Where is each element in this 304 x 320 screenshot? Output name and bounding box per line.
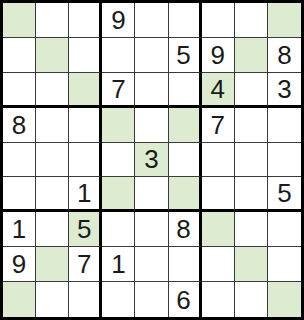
cell-r6c1[interactable] [3, 177, 36, 212]
cell-r5c2[interactable] [36, 143, 69, 178]
cell-r1c9[interactable] [268, 3, 301, 38]
cell-r6c9[interactable]: 5 [268, 177, 301, 212]
cell-r8c8[interactable] [235, 247, 268, 282]
cell-r7c9[interactable] [268, 212, 301, 247]
cell-r4c8[interactable] [235, 108, 268, 143]
cell-r2c6[interactable]: 5 [169, 38, 202, 73]
cell-r7c8[interactable] [235, 212, 268, 247]
cell-r7c6[interactable]: 8 [169, 212, 202, 247]
cell-r8c2[interactable] [36, 247, 69, 282]
cell-r6c6[interactable] [169, 177, 202, 212]
cell-r5c9[interactable] [268, 143, 301, 178]
cell-r5c7[interactable] [202, 143, 235, 178]
cell-r5c5[interactable]: 3 [135, 143, 168, 178]
cell-r2c1[interactable] [3, 38, 36, 73]
cell-r5c1[interactable] [3, 143, 36, 178]
cell-r1c3[interactable] [69, 3, 102, 38]
cell-r3c4[interactable]: 7 [102, 73, 135, 108]
cell-r3c5[interactable] [135, 73, 168, 108]
cell-r8c4[interactable]: 1 [102, 247, 135, 282]
cell-r7c5[interactable] [135, 212, 168, 247]
cell-r4c1[interactable]: 8 [3, 108, 36, 143]
cell-r6c4[interactable] [102, 177, 135, 212]
cell-r8c3[interactable]: 7 [69, 247, 102, 282]
cell-r3c9[interactable]: 3 [268, 73, 301, 108]
cell-r9c4[interactable] [102, 282, 135, 317]
cell-r2c7[interactable]: 9 [202, 38, 235, 73]
cell-r7c4[interactable] [102, 212, 135, 247]
cell-r9c1[interactable] [3, 282, 36, 317]
cell-r7c3[interactable]: 5 [69, 212, 102, 247]
cell-r5c3[interactable] [69, 143, 102, 178]
cell-r1c1[interactable] [3, 3, 36, 38]
cell-r1c8[interactable] [235, 3, 268, 38]
cell-r8c1[interactable]: 9 [3, 247, 36, 282]
cell-r3c6[interactable] [169, 73, 202, 108]
cell-r5c6[interactable] [169, 143, 202, 178]
cell-r4c5[interactable] [135, 108, 168, 143]
cell-r1c2[interactable] [36, 3, 69, 38]
cell-r3c7[interactable]: 4 [202, 73, 235, 108]
cell-r7c7[interactable] [202, 212, 235, 247]
cell-r9c8[interactable] [235, 282, 268, 317]
cell-r4c6[interactable] [169, 108, 202, 143]
cell-r9c2[interactable] [36, 282, 69, 317]
cell-r4c2[interactable] [36, 108, 69, 143]
cell-r6c3[interactable]: 1 [69, 177, 102, 212]
cell-r9c7[interactable] [202, 282, 235, 317]
cell-r9c3[interactable] [69, 282, 102, 317]
cell-r8c5[interactable] [135, 247, 168, 282]
cell-r8c7[interactable] [202, 247, 235, 282]
sudoku-board: 9598743873151589716 [0, 0, 304, 320]
cell-r6c2[interactable] [36, 177, 69, 212]
cell-r4c3[interactable] [69, 108, 102, 143]
cell-r4c9[interactable] [268, 108, 301, 143]
cell-r9c9[interactable] [268, 282, 301, 317]
cell-r2c5[interactable] [135, 38, 168, 73]
cell-r3c1[interactable] [3, 73, 36, 108]
cell-r2c4[interactable] [102, 38, 135, 73]
cell-r6c5[interactable] [135, 177, 168, 212]
cell-r1c7[interactable] [202, 3, 235, 38]
cell-r8c9[interactable] [268, 247, 301, 282]
cell-r5c4[interactable] [102, 143, 135, 178]
cell-r3c8[interactable] [235, 73, 268, 108]
cell-r9c6[interactable]: 6 [169, 282, 202, 317]
cell-r2c9[interactable]: 8 [268, 38, 301, 73]
cell-r5c8[interactable] [235, 143, 268, 178]
cell-r8c6[interactable] [169, 247, 202, 282]
cell-r1c4[interactable]: 9 [102, 3, 135, 38]
cell-r9c5[interactable] [135, 282, 168, 317]
cell-r3c2[interactable] [36, 73, 69, 108]
cell-r6c7[interactable] [202, 177, 235, 212]
cell-r2c8[interactable] [235, 38, 268, 73]
cell-r7c1[interactable]: 1 [3, 212, 36, 247]
cell-r6c8[interactable] [235, 177, 268, 212]
cell-r2c2[interactable] [36, 38, 69, 73]
cell-r2c3[interactable] [69, 38, 102, 73]
cell-r1c6[interactable] [169, 3, 202, 38]
cell-r1c5[interactable] [135, 3, 168, 38]
cell-r7c2[interactable] [36, 212, 69, 247]
cell-r3c3[interactable] [69, 73, 102, 108]
cell-r4c4[interactable] [102, 108, 135, 143]
cell-r4c7[interactable]: 7 [202, 108, 235, 143]
